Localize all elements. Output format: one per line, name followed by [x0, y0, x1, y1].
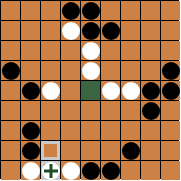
black-stone — [102, 162, 120, 180]
board-cell-r5c8[interactable] — [161, 101, 180, 120]
board-cell-r3c2[interactable] — [41, 61, 60, 80]
board-cell-r2c3[interactable] — [61, 41, 80, 60]
black-stone — [142, 82, 160, 100]
board-cell-r1c2[interactable] — [41, 21, 60, 40]
board-cell-r6c2[interactable] — [41, 121, 60, 140]
black-stone — [122, 142, 140, 160]
board-cell-r7c2[interactable] — [41, 141, 60, 160]
board-cell-r7c3[interactable] — [61, 141, 80, 160]
board-cell-r0c3[interactable] — [61, 1, 80, 20]
white-stone — [62, 22, 80, 40]
board-cell-r6c7[interactable] — [141, 121, 160, 140]
board-cell-r4c8[interactable] — [161, 81, 180, 100]
board-cell-r8c1[interactable] — [21, 161, 40, 180]
board-cell-r7c0[interactable] — [1, 141, 20, 160]
board-cell-r0c6[interactable] — [121, 1, 140, 20]
board-cell-r0c4[interactable] — [81, 1, 100, 20]
board-cell-r8c6[interactable] — [121, 161, 140, 180]
board-cell-r7c5[interactable] — [101, 141, 120, 160]
board-cell-r0c0[interactable] — [1, 1, 20, 20]
black-stone — [2, 62, 20, 80]
board-cell-r6c3[interactable] — [61, 121, 80, 140]
board-cell-r6c6[interactable] — [121, 121, 140, 140]
black-stone — [22, 142, 40, 160]
board-cell-r1c3[interactable] — [61, 21, 80, 40]
board-cell-r3c8[interactable] — [161, 61, 180, 80]
black-stone — [62, 2, 80, 20]
board-cell-r3c4[interactable] — [81, 61, 100, 80]
board-cell-r4c6[interactable] — [121, 81, 140, 100]
board-cell-r7c1[interactable] — [21, 141, 40, 160]
white-stone — [42, 162, 60, 180]
board-cell-r4c7[interactable] — [141, 81, 160, 100]
white-stone — [22, 162, 40, 180]
board-cell-r2c0[interactable] — [1, 41, 20, 60]
board-cell-r1c8[interactable] — [161, 21, 180, 40]
board-cell-r0c5[interactable] — [101, 1, 120, 20]
white-stone — [62, 162, 80, 180]
white-stone — [102, 82, 120, 100]
white-stone — [122, 82, 140, 100]
white-stone — [82, 62, 100, 80]
game-board — [0, 0, 179, 179]
black-stone — [102, 22, 120, 40]
board-cell-r0c2[interactable] — [41, 1, 60, 20]
board-cell-r2c2[interactable] — [41, 41, 60, 60]
black-stone — [82, 2, 100, 20]
board-cell-r8c2[interactable] — [41, 161, 60, 180]
board-cell-r5c7[interactable] — [141, 101, 160, 120]
board-cell-r5c2[interactable] — [41, 101, 60, 120]
board-cell-r2c7[interactable] — [141, 41, 160, 60]
board-cell-r4c1[interactable] — [21, 81, 40, 100]
board-cell-r4c5[interactable] — [101, 81, 120, 100]
board-cell-r8c4[interactable] — [81, 161, 100, 180]
white-stone — [42, 82, 60, 100]
board-cell-r1c0[interactable] — [1, 21, 20, 40]
board-cell-r1c4[interactable] — [81, 21, 100, 40]
board-cell-r1c5[interactable] — [101, 21, 120, 40]
board-cell-r2c1[interactable] — [21, 41, 40, 60]
board-cell-r7c6[interactable] — [121, 141, 140, 160]
board-cell-r0c8[interactable] — [161, 1, 180, 20]
board-cell-r5c6[interactable] — [121, 101, 140, 120]
board-cell-r5c1[interactable] — [21, 101, 40, 120]
board-cell-r4c0[interactable] — [1, 81, 20, 100]
board-cell-r3c3[interactable] — [61, 61, 80, 80]
board-cell-r3c0[interactable] — [1, 61, 20, 80]
black-stone — [82, 22, 100, 40]
board-cell-r8c5[interactable] — [101, 161, 120, 180]
board-cell-r8c0[interactable] — [1, 161, 20, 180]
board-cell-r0c7[interactable] — [141, 1, 160, 20]
board-cell-r2c6[interactable] — [121, 41, 140, 60]
board-cell-r1c6[interactable] — [121, 21, 140, 40]
board-cell-r5c4[interactable] — [81, 101, 100, 120]
black-stone — [142, 102, 160, 120]
board-cell-r5c3[interactable] — [61, 101, 80, 120]
board-cell-r5c0[interactable] — [1, 101, 20, 120]
board-cell-r6c8[interactable] — [161, 121, 180, 140]
board-cell-r4c3[interactable] — [61, 81, 80, 100]
board-cell-r3c1[interactable] — [21, 61, 40, 80]
board-cell-r3c5[interactable] — [101, 61, 120, 80]
board-cell-r2c8[interactable] — [161, 41, 180, 60]
board-cell-r7c7[interactable] — [141, 141, 160, 160]
black-stone — [162, 82, 180, 100]
black-stone — [82, 162, 100, 180]
green-square-marker[interactable] — [81, 81, 100, 100]
board-cell-r6c1[interactable] — [21, 121, 40, 140]
board-cell-r1c1[interactable] — [21, 21, 40, 40]
board-cell-r6c0[interactable] — [1, 121, 20, 140]
board-cell-r3c6[interactable] — [121, 61, 140, 80]
board-cell-r0c1[interactable] — [21, 1, 40, 20]
board-cell-r6c5[interactable] — [101, 121, 120, 140]
board-cell-r2c4[interactable] — [81, 41, 100, 60]
black-stone — [22, 122, 40, 140]
white-stone — [82, 42, 100, 60]
board-cell-r7c8[interactable] — [161, 141, 180, 160]
board-cell-r6c4[interactable] — [81, 121, 100, 140]
plus-marker-icon — [42, 162, 60, 180]
board-cell-r8c7[interactable] — [141, 161, 160, 180]
board-cell-r2c5[interactable] — [101, 41, 120, 60]
board-cell-r4c2[interactable] — [41, 81, 60, 100]
board-cell-r3c7[interactable] — [141, 61, 160, 80]
board-cell-r8c3[interactable] — [61, 161, 80, 180]
board-cell-r8c8[interactable] — [161, 161, 180, 180]
board-cell-r1c7[interactable] — [141, 21, 160, 40]
black-stone — [162, 62, 180, 80]
board-cell-r7c4[interactable] — [81, 141, 100, 160]
black-stone — [22, 82, 40, 100]
board-cell-r5c5[interactable] — [101, 101, 120, 120]
